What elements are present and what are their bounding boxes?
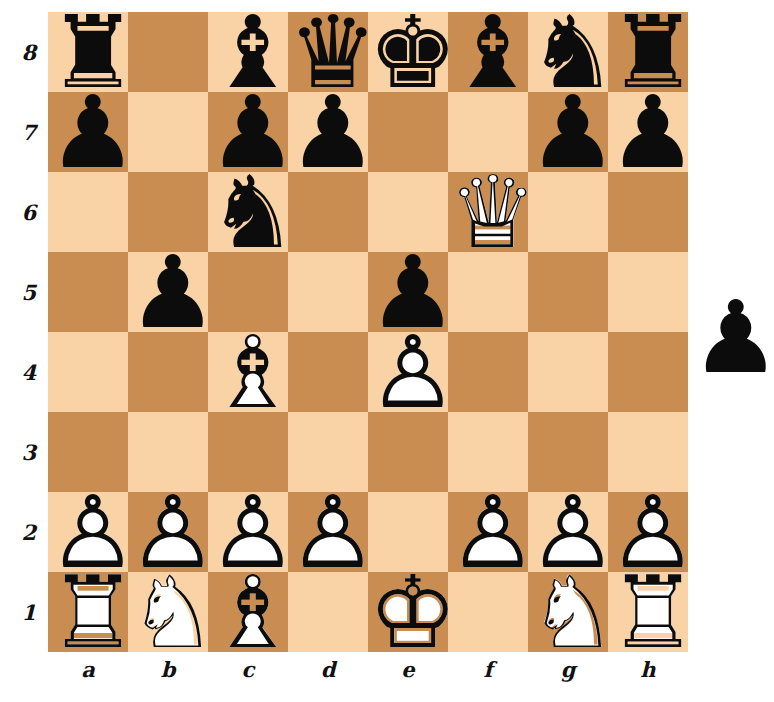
square-g5[interactable] bbox=[528, 252, 608, 332]
piece-black-pawn-b5[interactable]: ♟ bbox=[128, 252, 208, 332]
square-d2[interactable]: ♟ bbox=[288, 492, 368, 572]
piece-white-pawn-d2[interactable]: ♟ bbox=[288, 492, 368, 572]
captured-pieces-tray: ♟ bbox=[688, 0, 774, 702]
square-e8[interactable]: ♚ bbox=[368, 12, 448, 92]
square-c6[interactable]: ♞ bbox=[208, 172, 288, 252]
square-f6[interactable]: ♛ bbox=[448, 172, 528, 252]
square-g1[interactable]: ♞ bbox=[528, 572, 608, 652]
file-label-h: h bbox=[608, 652, 688, 692]
chess-board: ♜♝♛♚♝♞♜♟♟♟♟♟♞♛♟♟♝♟♟♟♟♟♟♟♟♜♞♝♚♞♜ bbox=[48, 12, 688, 652]
piece-black-bishop-f8[interactable]: ♝ bbox=[448, 12, 528, 92]
square-e1[interactable]: ♚ bbox=[368, 572, 448, 652]
square-f4[interactable] bbox=[448, 332, 528, 412]
square-g4[interactable] bbox=[528, 332, 608, 412]
piece-black-pawn-a7[interactable]: ♟ bbox=[48, 92, 128, 172]
square-h1[interactable]: ♜ bbox=[608, 572, 688, 652]
square-d7[interactable]: ♟ bbox=[288, 92, 368, 172]
square-a7[interactable]: ♟ bbox=[48, 92, 128, 172]
piece-white-bishop-c1[interactable]: ♝ bbox=[208, 572, 288, 652]
square-b4[interactable] bbox=[128, 332, 208, 412]
square-h5[interactable] bbox=[608, 252, 688, 332]
square-a5[interactable] bbox=[48, 252, 128, 332]
square-d6[interactable] bbox=[288, 172, 368, 252]
square-c4[interactable]: ♝ bbox=[208, 332, 288, 412]
square-f8[interactable]: ♝ bbox=[448, 12, 528, 92]
square-h6[interactable] bbox=[608, 172, 688, 252]
square-b7[interactable] bbox=[128, 92, 208, 172]
square-h4[interactable] bbox=[608, 332, 688, 412]
piece-white-rook-h1[interactable]: ♜ bbox=[608, 572, 688, 652]
file-label-e: e bbox=[368, 652, 448, 692]
piece-black-king-e8[interactable]: ♚ bbox=[368, 12, 448, 92]
captured-black-pawn: ♟ bbox=[691, 297, 771, 377]
file-label-g: g bbox=[528, 652, 608, 692]
square-f5[interactable] bbox=[448, 252, 528, 332]
piece-white-king-e1[interactable]: ♚ bbox=[368, 572, 448, 652]
square-f2[interactable]: ♟ bbox=[448, 492, 528, 572]
file-label-a: a bbox=[48, 652, 128, 692]
piece-white-bishop-c4[interactable]: ♝ bbox=[208, 332, 288, 412]
square-g6[interactable] bbox=[528, 172, 608, 252]
rank-label-3: 3 bbox=[0, 412, 40, 492]
rank-labels: 87654321 bbox=[0, 12, 40, 652]
piece-black-knight-c6[interactable]: ♞ bbox=[208, 172, 288, 252]
square-b1[interactable]: ♞ bbox=[128, 572, 208, 652]
square-a4[interactable] bbox=[48, 332, 128, 412]
piece-white-queen-f6[interactable]: ♛ bbox=[448, 172, 528, 252]
piece-white-pawn-f2[interactable]: ♟ bbox=[448, 492, 528, 572]
file-labels: abcdefgh bbox=[48, 652, 688, 692]
square-b8[interactable] bbox=[128, 12, 208, 92]
file-label-b: b bbox=[128, 652, 208, 692]
rank-label-8: 8 bbox=[0, 12, 40, 92]
rank-label-5: 5 bbox=[0, 252, 40, 332]
piece-white-rook-a1[interactable]: ♜ bbox=[48, 572, 128, 652]
piece-black-pawn-d7[interactable]: ♟ bbox=[288, 92, 368, 172]
square-d1[interactable] bbox=[288, 572, 368, 652]
rank-label-1: 1 bbox=[0, 572, 40, 652]
file-label-c: c bbox=[208, 652, 288, 692]
file-label-f: f bbox=[448, 652, 528, 692]
rank-label-4: 4 bbox=[0, 332, 40, 412]
square-a6[interactable] bbox=[48, 172, 128, 252]
file-label-d: d bbox=[288, 652, 368, 692]
square-d4[interactable] bbox=[288, 332, 368, 412]
square-e3[interactable] bbox=[368, 412, 448, 492]
piece-black-pawn-h7[interactable]: ♟ bbox=[608, 92, 688, 172]
piece-white-knight-g1[interactable]: ♞ bbox=[528, 572, 608, 652]
square-d5[interactable] bbox=[288, 252, 368, 332]
square-g7[interactable]: ♟ bbox=[528, 92, 608, 172]
square-f1[interactable] bbox=[448, 572, 528, 652]
square-c1[interactable]: ♝ bbox=[208, 572, 288, 652]
rank-label-7: 7 bbox=[0, 92, 40, 172]
square-h7[interactable]: ♟ bbox=[608, 92, 688, 172]
piece-white-knight-b1[interactable]: ♞ bbox=[128, 572, 208, 652]
piece-white-pawn-e4[interactable]: ♟ bbox=[368, 332, 448, 412]
square-e4[interactable]: ♟ bbox=[368, 332, 448, 412]
square-e7[interactable] bbox=[368, 92, 448, 172]
square-a1[interactable]: ♜ bbox=[48, 572, 128, 652]
piece-black-pawn-g7[interactable]: ♟ bbox=[528, 92, 608, 172]
rank-label-2: 2 bbox=[0, 492, 40, 572]
rank-label-6: 6 bbox=[0, 172, 40, 252]
chess-diagram-scene: 87654321 ♜♝♛♚♝♞♜♟♟♟♟♟♞♛♟♟♝♟♟♟♟♟♟♟♟♜♞♝♚♞♜… bbox=[0, 0, 774, 702]
square-b5[interactable]: ♟ bbox=[128, 252, 208, 332]
